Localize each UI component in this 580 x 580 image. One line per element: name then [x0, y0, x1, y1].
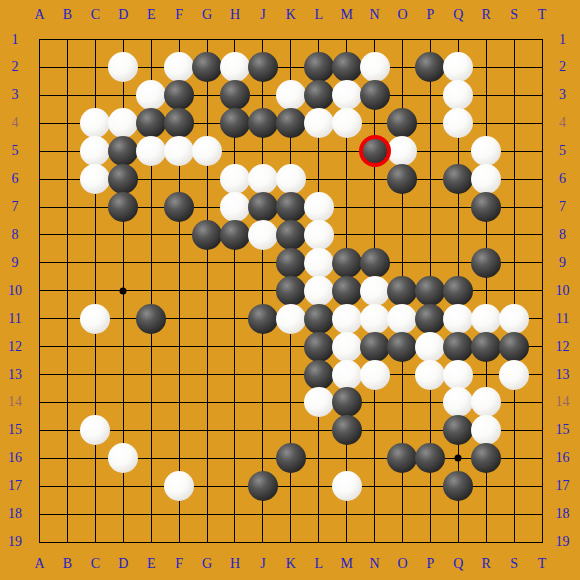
row-label: 8 — [559, 228, 566, 242]
white-stone — [332, 108, 362, 138]
col-label: B — [63, 8, 72, 22]
white-stone — [332, 80, 362, 110]
white-stone — [220, 164, 250, 194]
white-stone — [80, 108, 110, 138]
white-stone — [499, 304, 529, 334]
col-label: A — [34, 8, 44, 22]
white-stone — [360, 52, 390, 82]
black-stone — [415, 276, 445, 306]
black-stone — [360, 80, 390, 110]
row-label: 19 — [8, 535, 22, 549]
white-stone — [387, 304, 417, 334]
black-stone — [360, 332, 390, 362]
black-stone — [304, 80, 334, 110]
white-stone — [108, 52, 138, 82]
white-stone — [80, 164, 110, 194]
col-label: T — [538, 557, 547, 571]
row-label: 12 — [8, 340, 22, 354]
black-stone — [443, 164, 473, 194]
col-label: M — [340, 8, 352, 22]
col-label: F — [175, 8, 183, 22]
black-stone — [471, 332, 501, 362]
black-stone — [248, 108, 278, 138]
last-move-marker — [359, 135, 391, 167]
white-stone — [443, 304, 473, 334]
row-label: 2 — [559, 60, 566, 74]
row-label: 1 — [559, 33, 566, 47]
col-label: L — [314, 8, 323, 22]
white-stone — [304, 192, 334, 222]
white-stone — [80, 136, 110, 166]
black-stone — [304, 52, 334, 82]
row-label: 6 — [12, 172, 19, 186]
col-label: N — [369, 8, 379, 22]
col-label: A — [34, 557, 44, 571]
col-label: N — [369, 557, 379, 571]
black-stone — [248, 192, 278, 222]
black-stone — [387, 276, 417, 306]
col-label: O — [397, 8, 407, 22]
white-stone — [443, 108, 473, 138]
black-stone — [136, 304, 166, 334]
col-label: E — [147, 8, 156, 22]
white-stone — [471, 136, 501, 166]
black-stone — [164, 192, 194, 222]
row-label: 17 — [8, 479, 22, 493]
row-label: 12 — [556, 340, 570, 354]
row-label: 3 — [12, 88, 19, 102]
black-stone — [387, 443, 417, 473]
row-label: 1 — [12, 33, 19, 47]
col-label: E — [147, 557, 156, 571]
white-stone — [360, 304, 390, 334]
black-stone — [276, 192, 306, 222]
white-stone — [360, 360, 390, 390]
black-stone — [415, 443, 445, 473]
black-stone — [248, 52, 278, 82]
row-label: 6 — [559, 172, 566, 186]
white-stone — [192, 136, 222, 166]
white-stone — [136, 80, 166, 110]
black-stone — [276, 443, 306, 473]
black-stone — [443, 415, 473, 445]
black-stone — [332, 52, 362, 82]
row-label: 17 — [556, 479, 570, 493]
row-label: 2 — [12, 60, 19, 74]
black-stone — [304, 360, 334, 390]
white-stone — [108, 108, 138, 138]
row-label: 15 — [8, 423, 22, 437]
white-stone — [276, 304, 306, 334]
col-label: S — [510, 8, 518, 22]
row-label: 16 — [8, 451, 22, 465]
col-label: R — [482, 557, 491, 571]
black-stone — [499, 332, 529, 362]
go-board[interactable]: ABCDEFGHJKLMNOPQRST ABCDEFGHJKLMNOPQRST … — [0, 0, 580, 580]
row-label: 9 — [12, 256, 19, 270]
row-label: 3 — [559, 88, 566, 102]
black-stone — [108, 136, 138, 166]
white-stone — [443, 52, 473, 82]
white-stone — [304, 387, 334, 417]
black-stone — [108, 164, 138, 194]
col-label: C — [91, 557, 100, 571]
black-stone — [164, 80, 194, 110]
black-stone — [360, 248, 390, 278]
row-label: 10 — [8, 284, 22, 298]
row-label: 10 — [556, 284, 570, 298]
col-label: P — [426, 8, 434, 22]
black-stone — [108, 192, 138, 222]
col-label: L — [314, 557, 323, 571]
black-stone — [276, 108, 306, 138]
white-stone — [80, 304, 110, 334]
black-stone — [248, 471, 278, 501]
white-stone — [276, 164, 306, 194]
black-stone — [471, 192, 501, 222]
col-label: G — [202, 8, 212, 22]
white-stone — [415, 360, 445, 390]
row-label: 18 — [8, 507, 22, 521]
col-label: K — [286, 8, 296, 22]
col-label: J — [260, 8, 265, 22]
black-stone — [164, 108, 194, 138]
black-stone — [471, 248, 501, 278]
row-label: 14 — [8, 395, 22, 409]
black-stone — [276, 248, 306, 278]
row-label: 8 — [12, 228, 19, 242]
row-label: 14 — [556, 395, 570, 409]
col-label: G — [202, 557, 212, 571]
row-label: 18 — [556, 507, 570, 521]
white-stone — [164, 471, 194, 501]
grid-line — [514, 39, 515, 543]
row-label: 13 — [8, 368, 22, 382]
black-stone — [276, 276, 306, 306]
white-stone — [164, 52, 194, 82]
black-stone — [415, 52, 445, 82]
white-stone — [387, 136, 417, 166]
black-stone — [304, 332, 334, 362]
row-label: 11 — [556, 312, 569, 326]
row-label: 7 — [12, 200, 19, 214]
black-stone — [332, 387, 362, 417]
black-stone — [304, 304, 334, 334]
black-stone — [387, 108, 417, 138]
row-label: 5 — [12, 144, 19, 158]
row-label: 9 — [559, 256, 566, 270]
row-label: 5 — [559, 144, 566, 158]
white-stone — [471, 387, 501, 417]
white-stone — [332, 360, 362, 390]
white-stone — [304, 276, 334, 306]
black-stone — [220, 80, 250, 110]
white-stone — [471, 164, 501, 194]
row-label: 4 — [12, 116, 19, 130]
star-point — [120, 287, 127, 294]
white-stone — [304, 108, 334, 138]
row-label: 19 — [556, 535, 570, 549]
black-stone — [220, 220, 250, 250]
col-label: S — [510, 557, 518, 571]
white-stone — [304, 220, 334, 250]
white-stone — [136, 136, 166, 166]
white-stone — [304, 248, 334, 278]
row-label: 13 — [556, 368, 570, 382]
col-label: R — [482, 8, 491, 22]
black-stone — [443, 276, 473, 306]
star-point — [455, 455, 462, 462]
white-stone — [220, 52, 250, 82]
col-label: Q — [453, 8, 463, 22]
black-stone — [332, 415, 362, 445]
col-label: P — [426, 557, 434, 571]
black-stone — [248, 304, 278, 334]
row-label: 16 — [556, 451, 570, 465]
black-stone — [332, 248, 362, 278]
col-label: M — [340, 557, 352, 571]
black-stone — [136, 108, 166, 138]
row-label: 4 — [559, 116, 566, 130]
col-label: F — [175, 557, 183, 571]
col-label: Q — [453, 557, 463, 571]
white-stone — [248, 220, 278, 250]
white-stone — [443, 387, 473, 417]
white-stone — [164, 136, 194, 166]
black-stone — [192, 52, 222, 82]
black-stone — [387, 332, 417, 362]
grid-line — [542, 39, 543, 543]
col-label: T — [538, 8, 547, 22]
black-stone — [192, 220, 222, 250]
row-label: 15 — [556, 423, 570, 437]
black-stone — [471, 443, 501, 473]
white-stone — [443, 80, 473, 110]
black-stone — [387, 164, 417, 194]
white-stone — [220, 192, 250, 222]
black-stone — [415, 304, 445, 334]
col-label: J — [260, 557, 265, 571]
white-stone — [80, 415, 110, 445]
black-stone — [443, 332, 473, 362]
grid-line — [39, 542, 543, 543]
white-stone — [360, 276, 390, 306]
col-label: D — [118, 8, 128, 22]
col-label: H — [230, 8, 240, 22]
row-label: 11 — [8, 312, 21, 326]
black-stone — [276, 220, 306, 250]
black-stone — [332, 276, 362, 306]
white-stone — [499, 360, 529, 390]
white-stone — [415, 332, 445, 362]
col-label: B — [63, 557, 72, 571]
col-label: H — [230, 557, 240, 571]
white-stone — [108, 443, 138, 473]
row-label: 7 — [559, 200, 566, 214]
white-stone — [248, 164, 278, 194]
white-stone — [332, 332, 362, 362]
black-stone — [220, 108, 250, 138]
col-label: O — [397, 557, 407, 571]
white-stone — [276, 80, 306, 110]
col-label: C — [91, 8, 100, 22]
white-stone — [471, 304, 501, 334]
black-stone — [443, 471, 473, 501]
white-stone — [332, 304, 362, 334]
white-stone — [471, 415, 501, 445]
white-stone — [332, 471, 362, 501]
col-label: D — [118, 557, 128, 571]
grid-line — [39, 514, 543, 515]
col-label: K — [286, 557, 296, 571]
white-stone — [443, 360, 473, 390]
